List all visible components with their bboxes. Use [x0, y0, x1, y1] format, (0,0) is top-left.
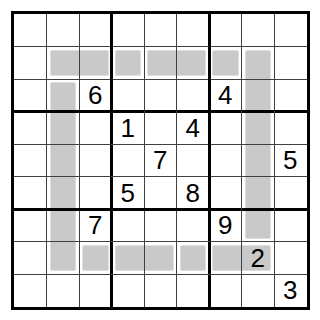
cell-r5c2[interactable] [79, 177, 112, 210]
cell-r3c3[interactable]: 1 [112, 112, 145, 145]
cell-r4c4[interactable]: 7 [144, 144, 177, 177]
cell-r7c3[interactable] [112, 242, 145, 275]
cell-r6c2[interactable]: 7 [79, 209, 112, 242]
cell-r1c0[interactable] [14, 47, 47, 80]
cell-r4c6[interactable] [209, 144, 242, 177]
cell-r6c3[interactable] [112, 209, 145, 242]
cell-r6c6[interactable]: 9 [209, 209, 242, 242]
cell-r4c3[interactable] [112, 144, 145, 177]
cell-r8c0[interactable] [14, 274, 47, 307]
cell-r8c4[interactable] [144, 274, 177, 307]
cell-r0c3[interactable] [112, 14, 145, 47]
cell-r6c5[interactable] [177, 209, 210, 242]
cell-r0c7[interactable] [242, 14, 275, 47]
cell-r1c4[interactable] [144, 47, 177, 80]
cell-r1c3[interactable] [112, 47, 145, 80]
cell-r8c7[interactable] [242, 274, 275, 307]
cells-layer: 641475587923 [14, 14, 307, 307]
cell-r8c5[interactable] [177, 274, 210, 307]
cell-r0c4[interactable] [144, 14, 177, 47]
cell-r8c3[interactable] [112, 274, 145, 307]
cell-r2c4[interactable] [144, 79, 177, 112]
cell-r2c6[interactable]: 4 [209, 79, 242, 112]
cell-r3c6[interactable] [209, 112, 242, 145]
cell-r2c7[interactable] [242, 79, 275, 112]
cell-r2c5[interactable] [177, 79, 210, 112]
cell-r5c0[interactable] [14, 177, 47, 210]
cell-r4c0[interactable] [14, 144, 47, 177]
cell-r5c4[interactable] [144, 177, 177, 210]
cell-r8c6[interactable] [209, 274, 242, 307]
cell-r7c1[interactable] [47, 242, 80, 275]
cell-r3c4[interactable] [144, 112, 177, 145]
cell-r7c7[interactable]: 2 [242, 242, 275, 275]
cell-r5c8[interactable] [274, 177, 307, 210]
cell-r3c8[interactable] [274, 112, 307, 145]
cell-r0c8[interactable] [274, 14, 307, 47]
cell-r5c5[interactable]: 8 [177, 177, 210, 210]
cell-r6c8[interactable] [274, 209, 307, 242]
cell-r2c0[interactable] [14, 79, 47, 112]
cell-r7c8[interactable] [274, 242, 307, 275]
cell-r3c1[interactable] [47, 112, 80, 145]
cell-r1c2[interactable] [79, 47, 112, 80]
cell-r7c4[interactable] [144, 242, 177, 275]
sudoku-board: 641475587923 [11, 11, 310, 310]
cell-r3c5[interactable]: 4 [177, 112, 210, 145]
cell-r5c7[interactable] [242, 177, 275, 210]
cell-r3c0[interactable] [14, 112, 47, 145]
cell-r3c7[interactable] [242, 112, 275, 145]
cell-r0c1[interactable] [47, 14, 80, 47]
cell-r1c7[interactable] [242, 47, 275, 80]
cell-r8c2[interactable] [79, 274, 112, 307]
cell-r0c0[interactable] [14, 14, 47, 47]
cell-r7c2[interactable] [79, 242, 112, 275]
cell-r5c3[interactable]: 5 [112, 177, 145, 210]
cell-r2c1[interactable] [47, 79, 80, 112]
cell-r2c2[interactable]: 6 [79, 79, 112, 112]
cell-r7c0[interactable] [14, 242, 47, 275]
cell-r6c1[interactable] [47, 209, 80, 242]
cell-r0c2[interactable] [79, 14, 112, 47]
cell-r8c8[interactable]: 3 [274, 274, 307, 307]
cell-r6c7[interactable] [242, 209, 275, 242]
cell-r1c5[interactable] [177, 47, 210, 80]
cell-r8c1[interactable] [47, 274, 80, 307]
cell-r1c1[interactable] [47, 47, 80, 80]
cell-r6c4[interactable] [144, 209, 177, 242]
cell-r7c6[interactable] [209, 242, 242, 275]
cell-r7c5[interactable] [177, 242, 210, 275]
cell-r4c7[interactable] [242, 144, 275, 177]
cell-r2c3[interactable] [112, 79, 145, 112]
cell-r5c6[interactable] [209, 177, 242, 210]
cell-r5c1[interactable] [47, 177, 80, 210]
cell-r2c8[interactable] [274, 79, 307, 112]
cell-r1c8[interactable] [274, 47, 307, 80]
cell-r4c1[interactable] [47, 144, 80, 177]
cell-r4c8[interactable]: 5 [274, 144, 307, 177]
cell-r3c2[interactable] [79, 112, 112, 145]
cell-r4c5[interactable] [177, 144, 210, 177]
cell-r0c6[interactable] [209, 14, 242, 47]
cell-r0c5[interactable] [177, 14, 210, 47]
cell-r4c2[interactable] [79, 144, 112, 177]
cell-r6c0[interactable] [14, 209, 47, 242]
cell-r1c6[interactable] [209, 47, 242, 80]
